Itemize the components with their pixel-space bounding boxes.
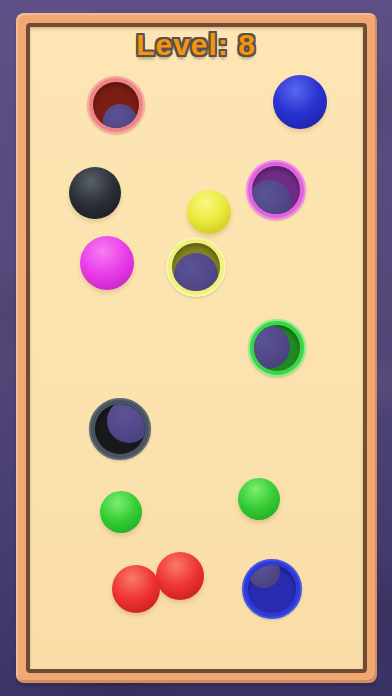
hole-gap-to-background: [248, 565, 280, 588]
ball-red-1[interactable]: [156, 552, 204, 600]
ball-magenta-1[interactable]: [80, 236, 134, 290]
hole-gap-to-background: [107, 404, 145, 443]
hole-interior: [252, 166, 300, 214]
ball-red-2[interactable]: [112, 565, 160, 613]
ball-green-1[interactable]: [238, 478, 280, 520]
hole-green[interactable]: [248, 319, 306, 377]
hole-pink[interactable]: [246, 160, 306, 220]
hole-gap-to-background: [252, 180, 291, 214]
hole-gap-to-background: [254, 325, 290, 369]
hole-interior: [95, 404, 145, 454]
hole-interior: [254, 325, 300, 371]
playfield: [0, 0, 392, 696]
hole-interior: [248, 565, 296, 613]
ball-black-1[interactable]: [69, 167, 121, 219]
hole-gap-to-background: [103, 104, 137, 128]
hole-black[interactable]: [89, 398, 151, 460]
hole-yellow[interactable]: [166, 237, 226, 297]
game-screen: Level: 8: [0, 0, 392, 696]
ball-yellow-1[interactable]: [187, 190, 231, 234]
hole-interior: [172, 243, 220, 291]
ball-green-2[interactable]: [100, 491, 142, 533]
hole-interior: [93, 82, 139, 128]
hole-gap-to-background: [174, 253, 218, 291]
hole-red[interactable]: [87, 76, 145, 134]
hole-blue[interactable]: [242, 559, 302, 619]
ball-blue-1[interactable]: [273, 75, 327, 129]
